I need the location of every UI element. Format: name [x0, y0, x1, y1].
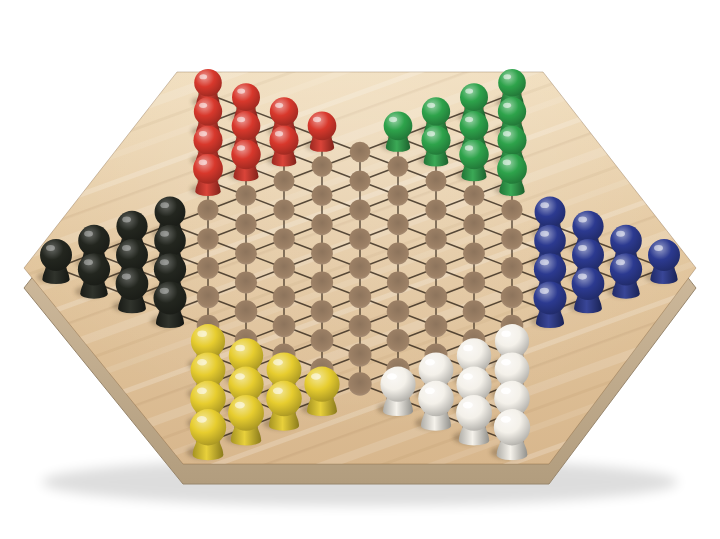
peg-highlight [503, 74, 511, 79]
peg-head [232, 83, 260, 111]
peg-highlight [197, 359, 207, 366]
peg-highlight [160, 202, 169, 208]
hole-empty[interactable] [463, 271, 485, 293]
peg-head [422, 97, 450, 125]
hole-empty[interactable] [311, 329, 334, 352]
hole-empty[interactable] [273, 286, 295, 308]
hole-empty[interactable] [425, 228, 447, 250]
peg-head [459, 140, 488, 169]
peg-highlight [463, 402, 473, 409]
photo-background [0, 0, 720, 539]
hole-empty[interactable] [349, 344, 372, 367]
hole-empty[interactable] [501, 286, 523, 308]
hole-empty[interactable] [273, 257, 295, 279]
peg-head [610, 253, 642, 285]
peg-head [78, 253, 110, 285]
peg-head [456, 395, 492, 431]
peg-head [572, 239, 604, 271]
hole-empty[interactable] [273, 315, 296, 338]
peg-highlight [122, 217, 131, 223]
peg-head [497, 154, 527, 184]
peg-highlight [503, 131, 511, 136]
peg-head [194, 97, 222, 125]
peg-head [228, 395, 264, 431]
peg-head [270, 97, 298, 125]
peg-highlight [578, 217, 587, 223]
peg-highlight [463, 373, 473, 380]
hole-empty[interactable] [463, 300, 486, 323]
hole-empty[interactable] [274, 171, 295, 192]
peg-highlight [237, 117, 245, 122]
hole-empty[interactable] [311, 271, 333, 293]
peg-head [155, 197, 186, 228]
hole-empty[interactable] [197, 228, 219, 250]
peg-head [648, 239, 680, 271]
peg-head [497, 126, 526, 155]
peg-highlight [84, 231, 93, 237]
peg-head [116, 267, 149, 300]
peg-highlight [237, 145, 245, 151]
peg-highlight [389, 117, 397, 122]
peg-highlight [425, 387, 435, 394]
hole-empty[interactable] [273, 228, 295, 250]
peg-head [154, 225, 186, 257]
peg-highlight [275, 103, 283, 108]
hole-empty[interactable] [425, 286, 447, 308]
peg-highlight [578, 274, 587, 280]
peg-head [572, 211, 603, 242]
peg-highlight [425, 359, 435, 366]
peg-highlight [463, 345, 473, 351]
peg-head [269, 126, 298, 155]
hole-empty[interactable] [425, 257, 447, 279]
peg-head [193, 154, 223, 184]
hole-empty[interactable] [311, 214, 332, 235]
peg-highlight [540, 202, 549, 208]
hole-empty[interactable] [350, 171, 371, 192]
hole-empty[interactable] [197, 199, 218, 220]
peg-highlight [540, 259, 549, 265]
peg-head [266, 381, 302, 417]
hole-empty[interactable] [235, 243, 257, 265]
hole-empty[interactable] [311, 243, 333, 265]
peg-head [498, 69, 526, 97]
peg-head [308, 111, 337, 140]
peg-head [418, 381, 454, 417]
hole-empty[interactable] [387, 214, 408, 235]
peg-head [460, 83, 488, 111]
peg-highlight [160, 288, 169, 294]
peg-highlight [122, 274, 131, 280]
hole-empty[interactable] [425, 315, 448, 338]
peg-highlight [654, 245, 663, 251]
hole-empty[interactable] [501, 199, 522, 220]
hole-empty[interactable] [349, 286, 371, 308]
hole-empty[interactable] [350, 142, 371, 163]
peg-head [78, 225, 110, 257]
peg-highlight [501, 330, 511, 336]
peg-head [194, 69, 222, 97]
peg-highlight [84, 259, 93, 265]
hole-empty[interactable] [349, 257, 371, 279]
peg-head [116, 211, 147, 242]
hole-empty[interactable] [464, 185, 485, 206]
peg-highlight [199, 103, 207, 108]
hole-empty[interactable] [426, 171, 447, 192]
peg-head [231, 140, 260, 169]
peg-head [40, 239, 72, 271]
hole-empty[interactable] [501, 228, 523, 250]
peg-highlight [540, 231, 549, 237]
hole-empty[interactable] [425, 199, 446, 220]
peg-highlight [503, 160, 511, 166]
peg-head [535, 197, 566, 228]
peg-highlight [311, 373, 321, 380]
hole-empty[interactable] [348, 372, 371, 395]
peg-head [380, 367, 415, 402]
peg-highlight [199, 160, 207, 166]
peg-head [460, 111, 489, 140]
hole-empty[interactable] [236, 185, 257, 206]
peg-head [534, 253, 566, 285]
peg-highlight [465, 88, 473, 93]
peg-highlight [235, 373, 245, 380]
peg-highlight [235, 345, 245, 351]
peg-head [384, 111, 413, 140]
peg-highlight [501, 359, 511, 366]
peg-head [304, 367, 339, 402]
peg-highlight [160, 231, 169, 237]
hole-empty[interactable] [197, 286, 219, 308]
peg-highlight [503, 103, 511, 108]
hole-empty[interactable] [387, 329, 410, 352]
peg-head [610, 225, 642, 257]
peg-highlight [427, 103, 435, 108]
peg-head [153, 282, 186, 315]
peg-highlight [197, 387, 207, 394]
peg-highlight [313, 117, 321, 122]
peg-head [116, 239, 148, 271]
hole-empty[interactable] [387, 300, 410, 323]
peg-highlight [427, 131, 435, 136]
peg-head [494, 409, 530, 445]
hole-empty[interactable] [387, 271, 409, 293]
hole-empty[interactable] [349, 228, 371, 250]
peg-highlight [465, 117, 473, 122]
hole-empty[interactable] [235, 271, 257, 293]
peg-highlight [501, 416, 511, 423]
hole-empty[interactable] [501, 257, 523, 279]
peg-head [534, 225, 566, 257]
hole-empty[interactable] [235, 214, 256, 235]
peg-highlight [501, 387, 511, 394]
peg-highlight [616, 231, 625, 237]
hole-empty[interactable] [463, 243, 485, 265]
peg-highlight [273, 359, 283, 366]
peg-head [154, 253, 186, 285]
peg-head [498, 97, 526, 125]
hole-empty[interactable] [388, 185, 409, 206]
chinese-checkers-board [0, 0, 720, 539]
hole-empty[interactable] [349, 199, 370, 220]
hole-empty[interactable] [349, 315, 372, 338]
peg-highlight [578, 245, 587, 251]
peg-highlight [616, 259, 625, 265]
peg-highlight [46, 245, 55, 251]
peg-highlight [199, 131, 207, 136]
peg-highlight [387, 373, 397, 380]
peg-highlight [275, 131, 283, 136]
hole-empty[interactable] [312, 156, 333, 177]
peg-highlight [197, 416, 207, 423]
hole-empty[interactable] [311, 300, 334, 323]
peg-highlight [465, 145, 473, 151]
hole-empty[interactable] [235, 300, 258, 323]
peg-head [193, 126, 222, 155]
peg-head [232, 111, 261, 140]
hole-empty[interactable] [197, 257, 219, 279]
peg-highlight [197, 330, 207, 336]
hole-empty[interactable] [463, 214, 484, 235]
peg-highlight [540, 288, 549, 294]
hole-empty[interactable] [388, 156, 409, 177]
peg-highlight [237, 88, 245, 93]
peg-head [421, 126, 450, 155]
peg-highlight [199, 74, 207, 79]
peg-head [572, 267, 605, 300]
peg-head [533, 282, 566, 315]
hole-empty[interactable] [387, 243, 409, 265]
peg-head [190, 409, 226, 445]
peg-highlight [160, 259, 169, 265]
hole-empty[interactable] [312, 185, 333, 206]
peg-highlight [273, 387, 283, 394]
peg-highlight [235, 402, 245, 409]
peg-highlight [122, 245, 131, 251]
hole-empty[interactable] [273, 199, 294, 220]
